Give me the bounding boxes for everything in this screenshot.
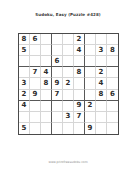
sudoku-cell: 9	[85, 123, 96, 134]
sudoku-cell: 4	[19, 101, 30, 112]
sudoku-cell	[74, 123, 85, 134]
sudoku-cell: 4	[41, 67, 52, 78]
sudoku-cell	[85, 90, 96, 101]
sudoku-cell	[107, 78, 118, 89]
sudoku-cell	[85, 56, 96, 67]
sudoku-cell	[63, 67, 74, 78]
sudoku-cell: 8	[74, 67, 85, 78]
sudoku-cell	[107, 56, 118, 67]
sudoku-cell: 2	[19, 90, 30, 101]
sudoku-cell: 2	[63, 78, 74, 89]
sudoku-cell	[41, 112, 52, 123]
sudoku-cell: 3	[63, 112, 74, 123]
sudoku-cell: 5	[19, 45, 30, 56]
sudoku-cell	[19, 56, 30, 67]
sudoku-cell	[107, 101, 118, 112]
sudoku-cell	[52, 112, 63, 123]
sudoku-cell	[96, 34, 107, 45]
sudoku-cell	[85, 67, 96, 78]
sudoku-cell	[41, 34, 52, 45]
sudoku-cell	[30, 112, 41, 123]
sudoku-cell	[63, 34, 74, 45]
sudoku-cell	[107, 67, 118, 78]
sudoku-cell	[52, 45, 63, 56]
sudoku-cell	[30, 101, 41, 112]
sudoku-cell	[30, 45, 41, 56]
sudoku-cell: 7	[30, 67, 41, 78]
sudoku-cell: 7	[52, 90, 63, 101]
sudoku-cell	[63, 56, 74, 67]
sudoku-cell	[107, 34, 118, 45]
sudoku-cell: 3	[96, 45, 107, 56]
sudoku-cell	[19, 67, 30, 78]
sudoku-cell: 5	[19, 123, 30, 134]
sudoku-cell: 8	[96, 90, 107, 101]
sudoku-cell	[96, 123, 107, 134]
sudoku-cell: 6	[52, 56, 63, 67]
sudoku-cell: 8	[41, 78, 52, 89]
sudoku-cell: 4	[96, 78, 107, 89]
sudoku-cell	[30, 123, 41, 134]
sudoku-board: 86254386748238924297864923759	[18, 33, 119, 135]
sudoku-cell	[41, 123, 52, 134]
sudoku-cell	[74, 78, 85, 89]
sudoku-cell	[85, 78, 96, 89]
printable-sudoku-page: Sudoku, Easy (Puzzle #428) 8625438674823…	[0, 0, 136, 176]
sudoku-cell	[52, 101, 63, 112]
sudoku-cell	[85, 45, 96, 56]
sudoku-cell: 2	[96, 67, 107, 78]
sudoku-cell	[52, 34, 63, 45]
sudoku-cell	[96, 101, 107, 112]
sudoku-cell	[107, 123, 118, 134]
sudoku-cell	[74, 56, 85, 67]
sudoku-cell	[63, 45, 74, 56]
sudoku-cell: 4	[74, 45, 85, 56]
sudoku-cell	[63, 101, 74, 112]
sudoku-cell	[85, 34, 96, 45]
sudoku-cell	[63, 90, 74, 101]
sudoku-cell	[41, 90, 52, 101]
sudoku-cell	[30, 78, 41, 89]
sudoku-cell: 6	[30, 34, 41, 45]
sudoku-cell	[30, 56, 41, 67]
sudoku-cell	[41, 45, 52, 56]
sudoku-cell	[52, 67, 63, 78]
sudoku-cell	[63, 123, 74, 134]
sudoku-cell	[19, 112, 30, 123]
sudoku-cell	[41, 101, 52, 112]
sudoku-cell: 2	[74, 34, 85, 45]
sudoku-cell: 6	[107, 90, 118, 101]
sudoku-cell	[52, 123, 63, 134]
sudoku-cell	[96, 112, 107, 123]
sudoku-cell: 3	[19, 78, 30, 89]
sudoku-cell	[85, 112, 96, 123]
sudoku-cell: 9	[52, 78, 63, 89]
page-title: Sudoku, Easy (Puzzle #428)	[0, 12, 136, 17]
sudoku-cell: 9	[74, 101, 85, 112]
sudoku-cell	[96, 56, 107, 67]
sudoku-cell: 8	[19, 34, 30, 45]
sudoku-cell: 7	[74, 112, 85, 123]
sudoku-cell: 9	[30, 90, 41, 101]
sudoku-cell	[107, 112, 118, 123]
sudoku-cell	[41, 56, 52, 67]
sudoku-cell: 8	[107, 45, 118, 56]
sudoku-cell	[74, 90, 85, 101]
footer-url: www.printfreesudoku.com	[0, 160, 136, 164]
sudoku-cell: 2	[85, 101, 96, 112]
